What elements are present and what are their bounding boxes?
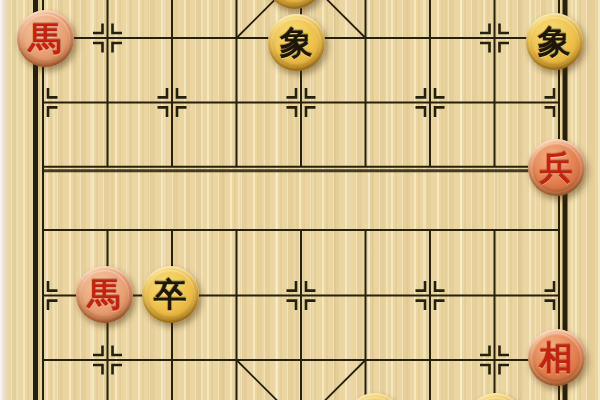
piece-a3[interactable]: 馬 bbox=[17, 10, 74, 67]
piece-c7[interactable]: 卒 bbox=[142, 266, 199, 323]
piece-i8[interactable]: 相 bbox=[528, 329, 585, 386]
pieces-layer: 馬象象兵馬卒相 bbox=[0, 0, 600, 400]
piece-e3[interactable]: 象 bbox=[268, 14, 325, 71]
piece-h9[interactable] bbox=[467, 393, 524, 400]
xiangqi-board: 馬象象兵馬卒相 bbox=[0, 0, 600, 400]
piece-i3[interactable]: 象 bbox=[526, 13, 583, 70]
piece-character: 象 bbox=[538, 25, 571, 58]
piece-character: 象 bbox=[280, 26, 313, 59]
board-left-edge bbox=[0, 0, 9, 400]
piece-f9[interactable] bbox=[346, 393, 403, 400]
piece-character: 相 bbox=[540, 341, 573, 374]
piece-character: 馬 bbox=[88, 278, 121, 311]
piece-character: 馬 bbox=[29, 22, 62, 55]
piece-face bbox=[350, 397, 399, 400]
piece-b7[interactable]: 馬 bbox=[76, 266, 133, 323]
piece-i5[interactable]: 兵 bbox=[528, 139, 585, 196]
piece-face bbox=[270, 0, 319, 5]
piece-character: 卒 bbox=[154, 278, 187, 311]
piece-character: 兵 bbox=[540, 151, 573, 184]
piece-e2[interactable] bbox=[266, 0, 323, 9]
piece-face bbox=[471, 397, 520, 400]
